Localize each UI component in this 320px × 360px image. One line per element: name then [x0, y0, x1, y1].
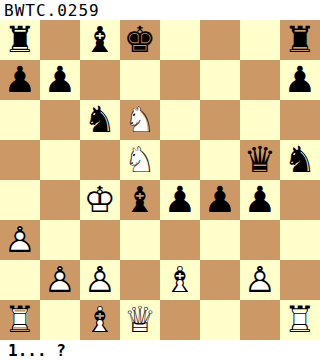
square-g6[interactable] — [240, 100, 280, 140]
piece-white-bishop: ♝♗ — [80, 300, 120, 340]
piece-fill: ♛ — [240, 140, 280, 180]
square-b3[interactable] — [40, 220, 80, 260]
square-c8[interactable]: ♝ — [80, 20, 120, 60]
square-b1[interactable] — [40, 300, 80, 340]
piece-fill: ♜ — [0, 20, 40, 60]
piece-outline: ♕ — [120, 300, 160, 340]
piece-black-bishop: ♝ — [80, 20, 120, 60]
square-h4[interactable] — [280, 180, 320, 220]
piece-black-pawn: ♟ — [0, 60, 40, 100]
piece-fill: ♚ — [120, 20, 160, 60]
piece-outline: ♖ — [0, 300, 40, 340]
square-c2[interactable]: ♟♙ — [80, 260, 120, 300]
square-b8[interactable] — [40, 20, 80, 60]
square-g7[interactable] — [240, 60, 280, 100]
square-d3[interactable] — [120, 220, 160, 260]
piece-fill: ♟ — [0, 60, 40, 100]
piece-white-pawn: ♟♙ — [240, 260, 280, 300]
piece-outline: ♗ — [80, 300, 120, 340]
square-e4[interactable]: ♟ — [160, 180, 200, 220]
piece-white-pawn: ♟♙ — [80, 260, 120, 300]
square-b6[interactable] — [40, 100, 80, 140]
square-h2[interactable] — [280, 260, 320, 300]
move-prompt: 1... ? — [8, 341, 66, 360]
piece-white-pawn: ♟♙ — [0, 220, 40, 260]
piece-white-rook: ♜♖ — [0, 300, 40, 340]
square-f5[interactable] — [200, 140, 240, 180]
square-e1[interactable] — [160, 300, 200, 340]
square-c6[interactable]: ♞ — [80, 100, 120, 140]
square-e8[interactable] — [160, 20, 200, 60]
piece-black-pawn: ♟ — [240, 180, 280, 220]
square-f8[interactable] — [200, 20, 240, 60]
piece-outline: ♖ — [280, 300, 320, 340]
chess-board: ♜♝♚♜♟♟♟♞♞♘♞♘♛♞♚♔♝♟♟♟♟♙♟♙♟♙♝♗♟♙♜♖♝♗♛♕♜♖ — [0, 20, 320, 340]
square-a6[interactable] — [0, 100, 40, 140]
square-h6[interactable] — [280, 100, 320, 140]
square-f3[interactable] — [200, 220, 240, 260]
piece-fill: ♟ — [160, 180, 200, 220]
square-g3[interactable] — [240, 220, 280, 260]
square-d7[interactable] — [120, 60, 160, 100]
piece-white-king: ♚♔ — [80, 180, 120, 220]
piece-black-pawn: ♟ — [280, 60, 320, 100]
square-g2[interactable]: ♟♙ — [240, 260, 280, 300]
title-bar: BWTC.0259 — [0, 0, 320, 20]
piece-fill: ♟ — [240, 180, 280, 220]
square-g1[interactable] — [240, 300, 280, 340]
square-h7[interactable]: ♟ — [280, 60, 320, 100]
piece-outline: ♘ — [120, 140, 160, 180]
piece-fill: ♞ — [280, 140, 320, 180]
square-c1[interactable]: ♝♗ — [80, 300, 120, 340]
square-f4[interactable]: ♟ — [200, 180, 240, 220]
piece-black-bishop: ♝ — [120, 180, 160, 220]
piece-white-queen: ♛♕ — [120, 300, 160, 340]
piece-black-knight: ♞ — [80, 100, 120, 140]
square-f7[interactable] — [200, 60, 240, 100]
piece-fill: ♜ — [280, 20, 320, 60]
piece-fill: ♟ — [40, 60, 80, 100]
square-a5[interactable] — [0, 140, 40, 180]
square-a8[interactable]: ♜ — [0, 20, 40, 60]
piece-fill: ♟ — [280, 60, 320, 100]
piece-outline: ♙ — [40, 260, 80, 300]
piece-outline: ♔ — [80, 180, 120, 220]
square-b4[interactable] — [40, 180, 80, 220]
square-d4[interactable]: ♝ — [120, 180, 160, 220]
status-bar: 1... ? — [0, 340, 320, 360]
piece-white-knight: ♞♘ — [120, 140, 160, 180]
square-e6[interactable] — [160, 100, 200, 140]
square-c4[interactable]: ♚♔ — [80, 180, 120, 220]
square-a7[interactable]: ♟ — [0, 60, 40, 100]
square-d2[interactable] — [120, 260, 160, 300]
square-a2[interactable] — [0, 260, 40, 300]
piece-fill: ♟ — [200, 180, 240, 220]
square-c5[interactable] — [80, 140, 120, 180]
piece-black-pawn: ♟ — [200, 180, 240, 220]
piece-black-king: ♚ — [120, 20, 160, 60]
square-a3[interactable]: ♟♙ — [0, 220, 40, 260]
piece-fill: ♞ — [80, 100, 120, 140]
piece-outline: ♘ — [120, 100, 160, 140]
piece-outline: ♗ — [160, 260, 200, 300]
piece-outline: ♙ — [80, 260, 120, 300]
square-b2[interactable]: ♟♙ — [40, 260, 80, 300]
piece-white-pawn: ♟♙ — [40, 260, 80, 300]
piece-black-queen: ♛ — [240, 140, 280, 180]
square-e2[interactable]: ♝♗ — [160, 260, 200, 300]
square-b5[interactable] — [40, 140, 80, 180]
window-title: BWTC.0259 — [4, 1, 100, 20]
square-c3[interactable] — [80, 220, 120, 260]
square-h5[interactable]: ♞ — [280, 140, 320, 180]
piece-outline: ♙ — [240, 260, 280, 300]
piece-white-bishop: ♝♗ — [160, 260, 200, 300]
piece-outline: ♙ — [0, 220, 40, 260]
square-a4[interactable] — [0, 180, 40, 220]
square-f1[interactable] — [200, 300, 240, 340]
piece-black-pawn: ♟ — [40, 60, 80, 100]
square-g5[interactable]: ♛ — [240, 140, 280, 180]
piece-black-rook: ♜ — [0, 20, 40, 60]
square-h3[interactable] — [280, 220, 320, 260]
chess-puzzle-window: BWTC.0259 ♜♝♚♜♟♟♟♞♞♘♞♘♛♞♚♔♝♟♟♟♟♙♟♙♟♙♝♗♟♙… — [0, 0, 320, 360]
square-g4[interactable]: ♟ — [240, 180, 280, 220]
square-d8[interactable]: ♚ — [120, 20, 160, 60]
square-c7[interactable] — [80, 60, 120, 100]
piece-fill: ♝ — [120, 180, 160, 220]
square-h1[interactable]: ♜♖ — [280, 300, 320, 340]
square-a1[interactable]: ♜♖ — [0, 300, 40, 340]
square-d5[interactable]: ♞♘ — [120, 140, 160, 180]
square-e5[interactable] — [160, 140, 200, 180]
square-f6[interactable] — [200, 100, 240, 140]
square-b7[interactable]: ♟ — [40, 60, 80, 100]
square-f2[interactable] — [200, 260, 240, 300]
square-e7[interactable] — [160, 60, 200, 100]
piece-white-rook: ♜♖ — [280, 300, 320, 340]
piece-black-pawn: ♟ — [160, 180, 200, 220]
square-d1[interactable]: ♛♕ — [120, 300, 160, 340]
square-d6[interactable]: ♞♘ — [120, 100, 160, 140]
piece-black-knight: ♞ — [280, 140, 320, 180]
square-g8[interactable] — [240, 20, 280, 60]
square-e3[interactable] — [160, 220, 200, 260]
piece-white-knight: ♞♘ — [120, 100, 160, 140]
piece-black-rook: ♜ — [280, 20, 320, 60]
piece-fill: ♝ — [80, 20, 120, 60]
square-h8[interactable]: ♜ — [280, 20, 320, 60]
